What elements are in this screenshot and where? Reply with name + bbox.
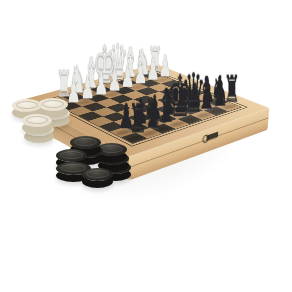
white-checker-disc bbox=[38, 98, 68, 111]
piece-glyph: ♟ bbox=[133, 58, 147, 88]
white-checker-disc bbox=[12, 99, 42, 112]
black-checker-disc bbox=[82, 168, 113, 181]
scene: ♜♞♝♚♛♝♞♜♟♟♟♟♟♟♟♟♟♟♟♟♟♟♟♟♜♞♝♚♛♝♞♜ bbox=[0, 0, 292, 292]
piece-glyph: ♟ bbox=[66, 75, 81, 107]
piece-glyph: ♟ bbox=[80, 72, 94, 104]
piece-glyph: ♜ bbox=[128, 99, 146, 139]
latch-icon bbox=[206, 132, 218, 141]
piece-glyph: ♟ bbox=[94, 68, 108, 99]
black-checker-disc bbox=[70, 136, 101, 149]
black-checker-disc bbox=[56, 149, 87, 162]
white-checker-disc bbox=[22, 114, 52, 127]
piece-glyph: ♟ bbox=[107, 65, 121, 96]
product-photo-canvas: ♜♞♝♚♛♝♞♜♟♟♟♟♟♟♟♟♟♟♟♟♟♟♟♟♜♞♝♚♛♝♞♜ bbox=[0, 0, 292, 292]
piece-glyph: ♟ bbox=[120, 61, 134, 92]
square-h8: ♜ bbox=[121, 133, 147, 144]
